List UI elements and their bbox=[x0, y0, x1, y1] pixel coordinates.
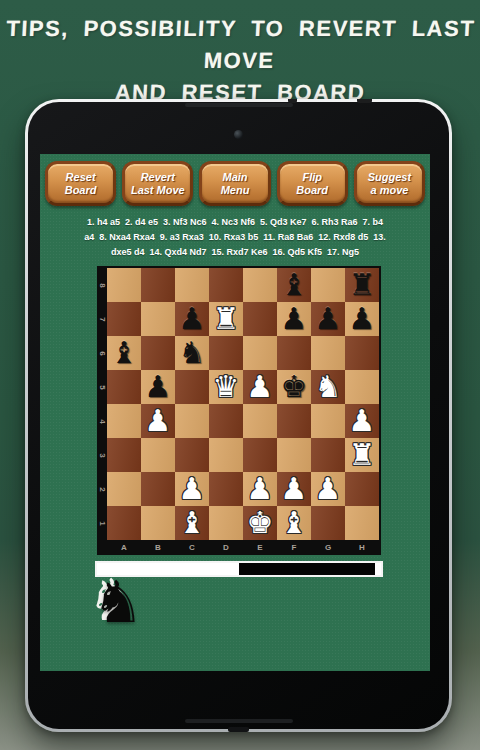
file-label-e: E bbox=[243, 540, 277, 555]
square-h5[interactable] bbox=[345, 370, 379, 404]
piece-white-rook: ♜ bbox=[213, 302, 240, 336]
square-h8[interactable]: ♜ bbox=[345, 268, 379, 302]
square-h4[interactable]: ♟ bbox=[345, 404, 379, 438]
file-label-g: G bbox=[311, 540, 345, 555]
square-b8[interactable] bbox=[141, 268, 175, 302]
square-c3[interactable] bbox=[175, 438, 209, 472]
piece-black-pawn: ♟ bbox=[281, 302, 308, 336]
square-h6[interactable] bbox=[345, 336, 379, 370]
main-menu-label-1: Main bbox=[222, 171, 247, 184]
move-line-2: a4 8. Nxa4 Rxa4 9. a3 Rxa3 10. Rxa3 b5 1… bbox=[40, 230, 430, 245]
square-e4[interactable] bbox=[243, 404, 277, 438]
piece-black-knight: ♞ bbox=[179, 336, 206, 370]
square-a5[interactable] bbox=[107, 370, 141, 404]
piece-black-pawn: ♟ bbox=[315, 302, 342, 336]
piece-white-knight: ♞ bbox=[315, 370, 342, 404]
headline: TIPS, POSSIBILITY TO REVERT LAST MOVE AN… bbox=[0, 13, 480, 109]
square-f7[interactable]: ♟ bbox=[277, 302, 311, 336]
square-f6[interactable] bbox=[277, 336, 311, 370]
file-label-b: B bbox=[141, 540, 175, 555]
move-line-3: dxe5 d4 14. Qxd4 Nd7 15. Rxd7 Ke6 16. Qd… bbox=[40, 245, 430, 260]
square-a6[interactable]: ♝ bbox=[107, 336, 141, 370]
front-camera-icon bbox=[234, 130, 243, 139]
piece-black-pawn: ♟ bbox=[179, 302, 206, 336]
square-d4[interactable] bbox=[209, 404, 243, 438]
revert-last-move-label-2: Last Move bbox=[131, 184, 185, 197]
square-e2[interactable]: ♟ bbox=[243, 472, 277, 506]
board-corner bbox=[97, 540, 107, 555]
square-f3[interactable] bbox=[277, 438, 311, 472]
square-a3[interactable] bbox=[107, 438, 141, 472]
piece-white-king: ♚ bbox=[247, 506, 274, 540]
flip-board-label-1: Flip bbox=[302, 171, 322, 184]
file-label-d: D bbox=[209, 540, 243, 555]
square-c5[interactable] bbox=[175, 370, 209, 404]
piece-black-bishop: ♝ bbox=[111, 336, 138, 370]
square-f5[interactable]: ♚ bbox=[277, 370, 311, 404]
top-speaker-slot bbox=[185, 103, 293, 107]
square-g3[interactable] bbox=[311, 438, 345, 472]
reset-board-label-1: Reset bbox=[66, 171, 96, 184]
square-g7[interactable]: ♟ bbox=[311, 302, 345, 336]
file-label-c: C bbox=[175, 540, 209, 555]
suggest-move-label-1: Suggest bbox=[368, 171, 411, 184]
square-a4[interactable] bbox=[107, 404, 141, 438]
rank-label-2: 2 bbox=[97, 472, 107, 506]
square-e1[interactable]: ♚ bbox=[243, 506, 277, 540]
reset-board-label-2: Board bbox=[65, 184, 97, 197]
page: TIPS, POSSIBILITY TO REVERT LAST MOVE AN… bbox=[0, 0, 480, 750]
square-e3[interactable] bbox=[243, 438, 277, 472]
piece-white-pawn: ♟ bbox=[281, 472, 308, 506]
square-c7[interactable]: ♟ bbox=[175, 302, 209, 336]
rank-label-5: 5 bbox=[97, 370, 107, 404]
square-h1[interactable] bbox=[345, 506, 379, 540]
flip-board-button[interactable]: Flip Board bbox=[277, 161, 348, 206]
move-line-1: 1. h4 a5 2. d4 e5 3. Nf3 Nc6 4. Nc3 Nf6 … bbox=[40, 215, 430, 230]
square-g2[interactable]: ♟ bbox=[311, 472, 345, 506]
piece-black-pawn: ♟ bbox=[349, 302, 376, 336]
suggest-move-button[interactable]: Suggest a move bbox=[354, 161, 425, 206]
piece-white-bishop: ♝ bbox=[281, 506, 308, 540]
knight-logo-black-layer: ♞ bbox=[92, 572, 144, 632]
move-list: 1. h4 a5 2. d4 e5 3. Nf3 Nc6 4. Nc3 Nf6 … bbox=[40, 215, 430, 260]
square-d1[interactable] bbox=[209, 506, 243, 540]
square-b6[interactable] bbox=[141, 336, 175, 370]
square-d6[interactable] bbox=[209, 336, 243, 370]
square-b4[interactable]: ♟ bbox=[141, 404, 175, 438]
square-g6[interactable] bbox=[311, 336, 345, 370]
square-b1[interactable] bbox=[141, 506, 175, 540]
charging-port bbox=[228, 727, 249, 732]
rank-label-3: 3 bbox=[97, 438, 107, 472]
square-c4[interactable] bbox=[175, 404, 209, 438]
piece-white-pawn: ♟ bbox=[145, 404, 172, 438]
square-c8[interactable] bbox=[175, 268, 209, 302]
headline-line-1: TIPS, POSSIBILITY TO REVERT LAST MOVE bbox=[0, 13, 480, 77]
square-d3[interactable] bbox=[209, 438, 243, 472]
square-d7[interactable]: ♜ bbox=[209, 302, 243, 336]
square-d8[interactable] bbox=[209, 268, 243, 302]
toolbar: Reset Board Revert Last Move Main Menu F… bbox=[40, 161, 430, 206]
evaluation-bar-black-portion bbox=[239, 563, 375, 575]
suggest-move-label-2: a move bbox=[370, 184, 408, 197]
revert-last-move-button[interactable]: Revert Last Move bbox=[122, 161, 193, 206]
reset-board-button[interactable]: Reset Board bbox=[45, 161, 116, 206]
square-c2[interactable]: ♟ bbox=[175, 472, 209, 506]
power-button bbox=[288, 99, 297, 103]
piece-white-pawn: ♟ bbox=[247, 370, 274, 404]
square-b3[interactable] bbox=[141, 438, 175, 472]
app-screen: Reset Board Revert Last Move Main Menu F… bbox=[40, 154, 430, 671]
board-grid: 8♝♜7♟♜♟♟♟6♝♞5♟♛♟♚♞4♟♟3♜2♟♟♟♟1♝♚♝ABCDEFGH bbox=[97, 268, 379, 555]
piece-white-queen: ♛ bbox=[213, 370, 240, 404]
file-label-a: A bbox=[107, 540, 141, 555]
piece-white-pawn: ♟ bbox=[315, 472, 342, 506]
piece-white-pawn: ♟ bbox=[179, 472, 206, 506]
knight-logo-icon: ♞ ♞ bbox=[86, 572, 168, 632]
square-h7[interactable]: ♟ bbox=[345, 302, 379, 336]
square-f2[interactable]: ♟ bbox=[277, 472, 311, 506]
square-f8[interactable]: ♝ bbox=[277, 268, 311, 302]
square-d2[interactable] bbox=[209, 472, 243, 506]
piece-white-rook: ♜ bbox=[349, 438, 376, 472]
square-a2[interactable] bbox=[107, 472, 141, 506]
piece-black-pawn: ♟ bbox=[145, 370, 172, 404]
square-d5[interactable]: ♛ bbox=[209, 370, 243, 404]
square-c1[interactable]: ♝ bbox=[175, 506, 209, 540]
square-b7[interactable] bbox=[141, 302, 175, 336]
main-menu-label-2: Menu bbox=[221, 184, 250, 197]
square-h2[interactable] bbox=[345, 472, 379, 506]
revert-last-move-label-1: Revert bbox=[141, 171, 175, 184]
piece-black-rook: ♜ bbox=[349, 268, 376, 302]
tablet-bezel: Reset Board Revert Last Move Main Menu F… bbox=[28, 102, 449, 729]
flip-board-label-2: Board bbox=[296, 184, 328, 197]
square-e7[interactable] bbox=[243, 302, 277, 336]
square-c6[interactable]: ♞ bbox=[175, 336, 209, 370]
square-b2[interactable] bbox=[141, 472, 175, 506]
square-f4[interactable] bbox=[277, 404, 311, 438]
rank-label-8: 8 bbox=[97, 268, 107, 302]
square-h3[interactable]: ♜ bbox=[345, 438, 379, 472]
square-e8[interactable] bbox=[243, 268, 277, 302]
square-g1[interactable] bbox=[311, 506, 345, 540]
square-b5[interactable]: ♟ bbox=[141, 370, 175, 404]
piece-black-bishop: ♝ bbox=[281, 268, 308, 302]
tablet-frame: Reset Board Revert Last Move Main Menu F… bbox=[25, 99, 452, 732]
bottom-speaker-slot bbox=[185, 719, 293, 723]
square-a8[interactable] bbox=[107, 268, 141, 302]
file-label-f: F bbox=[277, 540, 311, 555]
file-label-h: H bbox=[345, 540, 379, 555]
square-a1[interactable] bbox=[107, 506, 141, 540]
rank-label-4: 4 bbox=[97, 404, 107, 438]
piece-white-bishop: ♝ bbox=[179, 506, 206, 540]
piece-white-pawn: ♟ bbox=[247, 472, 274, 506]
main-menu-button[interactable]: Main Menu bbox=[199, 161, 270, 206]
square-e6[interactable] bbox=[243, 336, 277, 370]
square-g5[interactable]: ♞ bbox=[311, 370, 345, 404]
square-e5[interactable]: ♟ bbox=[243, 370, 277, 404]
volume-button bbox=[357, 99, 372, 103]
rank-label-7: 7 bbox=[97, 302, 107, 336]
rank-label-6: 6 bbox=[97, 336, 107, 370]
square-g8[interactable] bbox=[311, 268, 345, 302]
piece-black-king: ♚ bbox=[281, 370, 308, 404]
rank-label-1: 1 bbox=[97, 506, 107, 540]
piece-white-pawn: ♟ bbox=[349, 404, 376, 438]
square-f1[interactable]: ♝ bbox=[277, 506, 311, 540]
square-a7[interactable] bbox=[107, 302, 141, 336]
chess-board: 8♝♜7♟♜♟♟♟6♝♞5♟♛♟♚♞4♟♟3♜2♟♟♟♟1♝♚♝ABCDEFGH bbox=[97, 266, 381, 555]
square-g4[interactable] bbox=[311, 404, 345, 438]
